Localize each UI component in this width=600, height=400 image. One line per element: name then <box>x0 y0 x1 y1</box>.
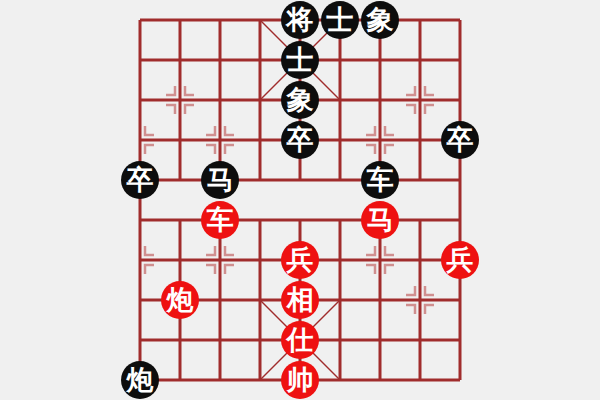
black-chariot[interactable]: 车 <box>361 161 399 199</box>
red-advisor[interactable]: 仕 <box>281 321 319 359</box>
black-advisor[interactable]: 士 <box>281 41 319 79</box>
red-elephant[interactable]: 相 <box>281 281 319 319</box>
black-cannon[interactable]: 炮 <box>121 361 159 399</box>
black-advisor[interactable]: 士 <box>321 1 359 39</box>
red-soldier[interactable]: 兵 <box>281 241 319 279</box>
black-soldier[interactable]: 卒 <box>121 161 159 199</box>
black-elephant[interactable]: 象 <box>281 81 319 119</box>
red-cannon[interactable]: 炮 <box>161 281 199 319</box>
screenshot-root: 将士象士象卒卒卒马车车马兵兵炮相仕帅炮 <box>0 0 600 400</box>
red-general[interactable]: 帅 <box>281 361 319 399</box>
red-horse[interactable]: 马 <box>361 201 399 239</box>
black-general[interactable]: 将 <box>281 1 319 39</box>
xiangqi-board[interactable]: 将士象士象卒卒卒马车车马兵兵炮相仕帅炮 <box>120 0 480 400</box>
red-soldier[interactable]: 兵 <box>441 241 479 279</box>
black-soldier[interactable]: 卒 <box>441 121 479 159</box>
red-chariot[interactable]: 车 <box>201 201 239 239</box>
black-elephant[interactable]: 象 <box>361 1 399 39</box>
black-soldier[interactable]: 卒 <box>281 121 319 159</box>
black-horse[interactable]: 马 <box>201 161 239 199</box>
